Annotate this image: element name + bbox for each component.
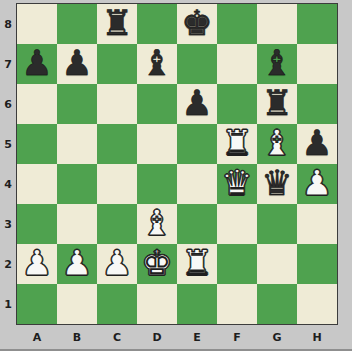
square-g7[interactable]: ♝ [257,44,297,84]
file-labels: ABCDEFGH [17,327,337,348]
square-a5[interactable] [17,124,57,164]
piece-black-bishop-g7[interactable]: ♝ [261,43,292,83]
piece-black-pawn-e6[interactable]: ♟ [181,83,212,123]
piece-white-bishop-g5[interactable]: ♝ [261,123,292,163]
piece-black-pawn-b7[interactable]: ♟ [61,43,92,83]
square-d6[interactable] [137,84,177,124]
rank-labels: 87654321 [0,4,16,324]
square-e1[interactable] [177,284,217,324]
square-d4[interactable] [137,164,177,204]
piece-white-king-d2[interactable]: ♚ [141,243,172,283]
square-a2[interactable]: ♟ [17,244,57,284]
square-c8[interactable]: ♜ [97,4,137,44]
rank-label-4: 4 [0,164,16,204]
file-label-c: C [97,327,137,348]
square-d7[interactable]: ♝ [137,44,177,84]
rank-label-3: 3 [0,204,16,244]
piece-black-bishop-d7[interactable]: ♝ [141,43,172,83]
piece-white-pawn-b2[interactable]: ♟ [61,243,92,283]
square-d2[interactable]: ♚ [137,244,177,284]
square-a6[interactable] [17,84,57,124]
square-h2[interactable] [297,244,337,284]
square-f1[interactable] [217,284,257,324]
piece-black-pawn-a7[interactable]: ♟ [21,43,52,83]
square-f2[interactable] [217,244,257,284]
square-f5[interactable]: ♜ [217,124,257,164]
square-h3[interactable] [297,204,337,244]
rank-label-8: 8 [0,4,16,44]
square-b6[interactable] [57,84,97,124]
piece-white-bishop-d3[interactable]: ♝ [141,203,172,243]
square-e4[interactable] [177,164,217,204]
square-h7[interactable] [297,44,337,84]
file-label-e: E [177,327,217,348]
rank-label-7: 7 [0,44,16,84]
rank-label-5: 5 [0,124,16,164]
square-h4[interactable]: ♟ [297,164,337,204]
rank-label-1: 1 [0,284,16,324]
square-b7[interactable]: ♟ [57,44,97,84]
rank-label-6: 6 [0,84,16,124]
square-f8[interactable] [217,4,257,44]
square-e2[interactable]: ♜ [177,244,217,284]
square-b2[interactable]: ♟ [57,244,97,284]
chess-diagram: 87654321 ♜♚♟♟♝♝♟♜♜♝♟♛♛♟♝♟♟♟♚♜ ABCDEFGH [0,0,352,351]
square-g1[interactable] [257,284,297,324]
square-c2[interactable]: ♟ [97,244,137,284]
square-h1[interactable] [297,284,337,324]
file-label-b: B [57,327,97,348]
square-f6[interactable] [217,84,257,124]
square-a8[interactable] [17,4,57,44]
square-b1[interactable] [57,284,97,324]
piece-black-queen-g4[interactable]: ♛ [261,163,292,203]
piece-white-pawn-a2[interactable]: ♟ [21,243,52,283]
square-b3[interactable] [57,204,97,244]
square-e8[interactable]: ♚ [177,4,217,44]
square-g2[interactable] [257,244,297,284]
square-c3[interactable] [97,204,137,244]
square-c4[interactable] [97,164,137,204]
square-c7[interactable] [97,44,137,84]
piece-black-rook-c8[interactable]: ♜ [101,3,132,43]
square-c1[interactable] [97,284,137,324]
square-c5[interactable] [97,124,137,164]
square-a1[interactable] [17,284,57,324]
piece-black-rook-g6[interactable]: ♜ [261,83,292,123]
square-a3[interactable] [17,204,57,244]
square-f4[interactable]: ♛ [217,164,257,204]
square-h5[interactable]: ♟ [297,124,337,164]
rank-label-2: 2 [0,244,16,284]
square-a4[interactable] [17,164,57,204]
file-label-a: A [17,327,57,348]
board-frame: ♜♚♟♟♝♝♟♜♜♝♟♛♛♟♝♟♟♟♚♜ [16,3,338,325]
piece-white-queen-f4[interactable]: ♛ [221,163,252,203]
piece-white-pawn-c2[interactable]: ♟ [101,243,132,283]
file-label-g: G [257,327,297,348]
piece-black-king-e8[interactable]: ♚ [181,3,212,43]
square-d5[interactable] [137,124,177,164]
square-g5[interactable]: ♝ [257,124,297,164]
piece-white-pawn-h4[interactable]: ♟ [301,163,332,203]
square-h8[interactable] [297,4,337,44]
square-e7[interactable] [177,44,217,84]
square-b4[interactable] [57,164,97,204]
file-label-h: H [297,327,337,348]
square-g6[interactable]: ♜ [257,84,297,124]
chess-board: ♜♚♟♟♝♝♟♜♜♝♟♛♛♟♝♟♟♟♚♜ [17,4,337,324]
piece-black-pawn-h5[interactable]: ♟ [301,123,332,163]
file-label-d: D [137,327,177,348]
square-d8[interactable] [137,4,177,44]
square-d1[interactable] [137,284,177,324]
square-e3[interactable] [177,204,217,244]
square-e5[interactable] [177,124,217,164]
square-h6[interactable] [297,84,337,124]
square-g3[interactable] [257,204,297,244]
piece-white-rook-f5[interactable]: ♜ [221,123,252,163]
piece-white-rook-e2[interactable]: ♜ [181,243,212,283]
square-f7[interactable] [217,44,257,84]
square-g4[interactable]: ♛ [257,164,297,204]
square-g8[interactable] [257,4,297,44]
square-b8[interactable] [57,4,97,44]
square-a7[interactable]: ♟ [17,44,57,84]
square-e6[interactable]: ♟ [177,84,217,124]
square-f3[interactable] [217,204,257,244]
square-b5[interactable] [57,124,97,164]
square-c6[interactable] [97,84,137,124]
file-label-f: F [217,327,257,348]
square-d3[interactable]: ♝ [137,204,177,244]
